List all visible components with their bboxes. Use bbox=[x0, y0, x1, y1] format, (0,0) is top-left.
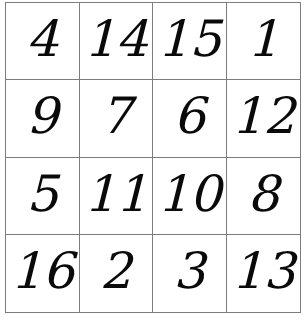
magic-square-grid: 4 14 15 1 9 7 6 12 5 11 10 8 16 2 3 13 bbox=[5, 2, 301, 313]
cell-r4c3: 3 bbox=[153, 235, 227, 312]
cell-r3c2: 11 bbox=[80, 158, 154, 235]
cell-r3c3: 10 bbox=[153, 158, 227, 235]
magic-square-diagram: 4 14 15 1 9 7 6 12 5 11 10 8 16 2 3 13 bbox=[0, 0, 307, 320]
cell-r3c1: 5 bbox=[6, 158, 80, 235]
cell-r4c4: 13 bbox=[227, 235, 301, 312]
cell-r1c2: 14 bbox=[80, 3, 154, 80]
cell-r2c3: 6 bbox=[153, 80, 227, 157]
cell-r2c4: 12 bbox=[227, 80, 301, 157]
cell-r4c2: 2 bbox=[80, 235, 154, 312]
cell-r4c1: 16 bbox=[6, 235, 80, 312]
cell-r2c1: 9 bbox=[6, 80, 80, 157]
cell-r1c4: 1 bbox=[227, 3, 301, 80]
cell-r2c2: 7 bbox=[80, 80, 154, 157]
cell-r1c1: 4 bbox=[6, 3, 80, 80]
cell-r3c4: 8 bbox=[227, 158, 301, 235]
cell-r1c3: 15 bbox=[153, 3, 227, 80]
